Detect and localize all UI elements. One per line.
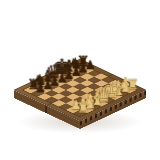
white-rook-glyph: ♜ <box>77 101 90 115</box>
product-photo-stage: ♜♞♝♛♚♝♞♜♟♟♟♟♟♟♟♟♟♟♟♟♟♟♟♟♜♞♝♛♚♝♞♜ <box>0 0 160 160</box>
black-pawn-glyph: ♟ <box>35 83 46 95</box>
